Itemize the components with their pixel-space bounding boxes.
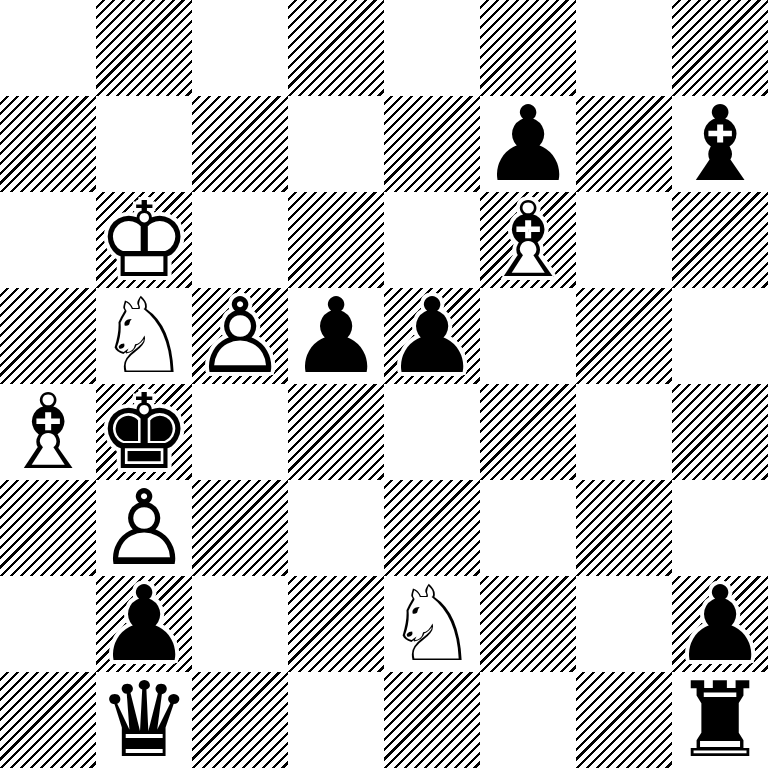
square-g8[interactable] (576, 0, 672, 96)
black-pawn[interactable]: ♟♟ (288, 288, 384, 384)
black-bishop[interactable]: ♝♝ (672, 96, 768, 192)
white-knight[interactable]: ♞♘ (384, 576, 480, 672)
square-c5[interactable]: ♟♙ (192, 288, 288, 384)
square-h3[interactable] (672, 480, 768, 576)
black-pawn[interactable]: ♟♟ (96, 576, 192, 672)
square-d2[interactable] (288, 576, 384, 672)
square-h1[interactable]: ♜♜ (672, 672, 768, 768)
square-a2[interactable] (0, 576, 96, 672)
square-f4[interactable] (480, 384, 576, 480)
square-c8[interactable] (192, 0, 288, 96)
square-b6[interactable]: ♚♔ (96, 192, 192, 288)
square-d7[interactable] (288, 96, 384, 192)
chess-diagram: ♟♟♝♝♚♔♝♗♞♘♟♙♟♟♟♟♝♗♚♚♟♙♟♟♞♘♟♟♛♛♜♜ (0, 0, 768, 768)
white-king[interactable]: ♚♔ (96, 192, 192, 288)
square-c1[interactable] (192, 672, 288, 768)
square-g4[interactable] (576, 384, 672, 480)
black-queen[interactable]: ♛♛ (96, 672, 192, 768)
square-a7[interactable] (0, 96, 96, 192)
square-h2[interactable]: ♟♟ (672, 576, 768, 672)
square-d8[interactable] (288, 0, 384, 96)
black-pawn[interactable]: ♟♟ (480, 96, 576, 192)
square-g2[interactable] (576, 576, 672, 672)
square-e6[interactable] (384, 192, 480, 288)
square-f1[interactable] (480, 672, 576, 768)
square-c3[interactable] (192, 480, 288, 576)
black-rook[interactable]: ♜♜ (672, 672, 768, 768)
square-a3[interactable] (0, 480, 96, 576)
square-b2[interactable]: ♟♟ (96, 576, 192, 672)
square-b4[interactable]: ♚♚ (96, 384, 192, 480)
square-g7[interactable] (576, 96, 672, 192)
square-f3[interactable] (480, 480, 576, 576)
white-pawn[interactable]: ♟♙ (96, 480, 192, 576)
piece-glyph: ♟ (96, 576, 192, 672)
piece-glyph: ♜ (672, 672, 768, 768)
square-a1[interactable] (0, 672, 96, 768)
square-e3[interactable] (384, 480, 480, 576)
square-b8[interactable] (96, 0, 192, 96)
piece-glyph: ♙ (192, 288, 288, 384)
square-f7[interactable]: ♟♟ (480, 96, 576, 192)
square-c6[interactable] (192, 192, 288, 288)
square-a4[interactable]: ♝♗ (0, 384, 96, 480)
square-e1[interactable] (384, 672, 480, 768)
square-e8[interactable] (384, 0, 480, 96)
square-a8[interactable] (0, 0, 96, 96)
square-b3[interactable]: ♟♙ (96, 480, 192, 576)
piece-glyph: ♙ (96, 480, 192, 576)
white-knight[interactable]: ♞♘ (96, 288, 192, 384)
square-g1[interactable] (576, 672, 672, 768)
chess-board: ♟♟♝♝♚♔♝♗♞♘♟♙♟♟♟♟♝♗♚♚♟♙♟♟♞♘♟♟♛♛♜♜ (0, 0, 768, 768)
square-d4[interactable] (288, 384, 384, 480)
black-king[interactable]: ♚♚ (96, 384, 192, 480)
square-d1[interactable] (288, 672, 384, 768)
square-f5[interactable] (480, 288, 576, 384)
square-h7[interactable]: ♝♝ (672, 96, 768, 192)
white-bishop[interactable]: ♝♗ (480, 192, 576, 288)
piece-glyph: ♘ (384, 576, 480, 672)
piece-glyph: ♗ (480, 192, 576, 288)
black-pawn[interactable]: ♟♟ (384, 288, 480, 384)
piece-glyph: ♟ (480, 96, 576, 192)
white-bishop[interactable]: ♝♗ (0, 384, 96, 480)
square-f2[interactable] (480, 576, 576, 672)
square-d6[interactable] (288, 192, 384, 288)
square-d5[interactable]: ♟♟ (288, 288, 384, 384)
square-b7[interactable] (96, 96, 192, 192)
square-b1[interactable]: ♛♛ (96, 672, 192, 768)
square-g3[interactable] (576, 480, 672, 576)
square-c7[interactable] (192, 96, 288, 192)
piece-glyph: ♟ (384, 288, 480, 384)
square-f6[interactable]: ♝♗ (480, 192, 576, 288)
square-e5[interactable]: ♟♟ (384, 288, 480, 384)
square-h8[interactable] (672, 0, 768, 96)
square-a6[interactable] (0, 192, 96, 288)
square-f8[interactable] (480, 0, 576, 96)
square-g6[interactable] (576, 192, 672, 288)
square-h6[interactable] (672, 192, 768, 288)
white-pawn[interactable]: ♟♙ (192, 288, 288, 384)
piece-glyph: ♔ (96, 192, 192, 288)
square-e7[interactable] (384, 96, 480, 192)
square-e2[interactable]: ♞♘ (384, 576, 480, 672)
piece-glyph: ♟ (288, 288, 384, 384)
square-d3[interactable] (288, 480, 384, 576)
square-c2[interactable] (192, 576, 288, 672)
piece-glyph: ♟ (672, 576, 768, 672)
piece-glyph: ♗ (0, 384, 96, 480)
square-h4[interactable] (672, 384, 768, 480)
piece-glyph: ♚ (96, 384, 192, 480)
piece-glyph: ♛ (96, 672, 192, 768)
square-h5[interactable] (672, 288, 768, 384)
square-e4[interactable] (384, 384, 480, 480)
square-b5[interactable]: ♞♘ (96, 288, 192, 384)
square-c4[interactable] (192, 384, 288, 480)
black-pawn[interactable]: ♟♟ (672, 576, 768, 672)
square-g5[interactable] (576, 288, 672, 384)
square-a5[interactable] (0, 288, 96, 384)
piece-glyph: ♝ (672, 96, 768, 192)
piece-glyph: ♘ (96, 288, 192, 384)
